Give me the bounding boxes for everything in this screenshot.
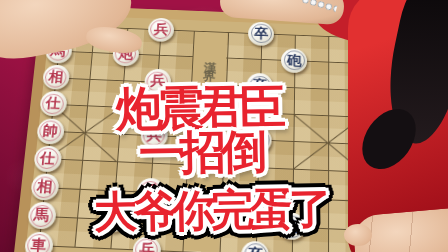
piece-character: 相 xyxy=(48,70,64,84)
piece-character: 相 xyxy=(36,179,53,194)
piece-character: 仕 xyxy=(39,151,55,166)
piece-black-卒: 卒 xyxy=(248,21,274,46)
piece-character: 兵 xyxy=(139,242,155,252)
video-thumbnail[interactable]: 漢界車馬相仕帥仕相馬車炮炮兵兵兵兵兵卒卒卒卒卒砲砲車馬象士將士象馬車 炮震君臣 … xyxy=(0,0,448,252)
piece-character: 車 xyxy=(30,237,47,252)
piece-red-相: 相 xyxy=(41,64,70,89)
piece-red-帥: 帥 xyxy=(36,118,65,144)
piece-red-車: 車 xyxy=(23,231,53,252)
piece-character: 帥 xyxy=(42,124,58,139)
river-text: 漢界 xyxy=(201,52,219,72)
caption-line-2: 一招倒 xyxy=(139,128,263,176)
piece-character: 卒 xyxy=(254,27,269,41)
caption-line-3: 大爷你完蛋了 xyxy=(94,187,329,234)
piece-character: 仕 xyxy=(45,97,61,111)
piece-red-馬: 馬 xyxy=(26,202,56,230)
piece-red-仕: 仕 xyxy=(33,145,62,172)
woman-finger xyxy=(344,224,372,246)
piece-red-相: 相 xyxy=(30,173,60,201)
piece-character: 馬 xyxy=(33,208,50,224)
piece-red-兵: 兵 xyxy=(147,17,174,42)
piece-red-兵: 兵 xyxy=(132,236,162,252)
piece-character: 砲 xyxy=(287,54,302,68)
piece-black-卒: 卒 xyxy=(241,240,270,252)
piece-character: 兵 xyxy=(153,23,168,37)
piece-black-砲: 砲 xyxy=(281,48,307,73)
piece-character: 卒 xyxy=(247,247,263,252)
